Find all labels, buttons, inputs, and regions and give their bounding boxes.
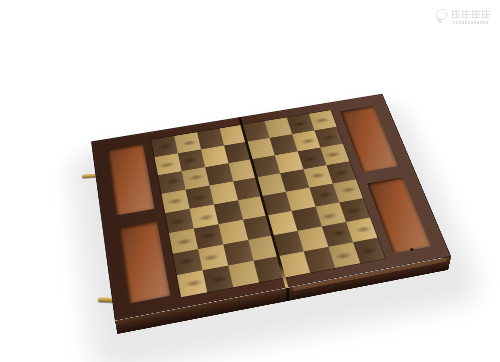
hinge-seam-side: [286, 287, 289, 301]
red-pawn-piece: ♟: [331, 254, 356, 259]
piece-shadow: [199, 231, 218, 240]
square: [304, 247, 336, 273]
folding-games-box: ♜♞♝♛♚♝♞♜♟♟♟♟♟♟♟♟♟♟♟♟♟♟♟♟♜♞♝♛♚♝♞♜: [91, 94, 451, 321]
watermark-character: [482, 10, 490, 18]
piece-shadow: [354, 225, 373, 234]
board-3d-stage: ♜♞♝♛♚♝♞♜♟♟♟♟♟♟♟♟♟♟♟♟♟♟♟♟♜♞♝♛♚♝♞♜: [92, 80, 432, 312]
piece-shadow: [320, 212, 339, 221]
square: [190, 204, 219, 228]
square: [298, 226, 329, 251]
watermark-character: [452, 10, 460, 18]
white-pawn-piece: ♟: [206, 277, 232, 282]
square: [223, 240, 253, 266]
left-tray-slot-far: [107, 144, 155, 216]
watermark-character: [472, 10, 480, 18]
square: [322, 222, 353, 247]
piece-shadow: [175, 237, 194, 246]
photo-scene: ♜♞♝♛♚♝♞♜♟♟♟♟♟♟♟♟♟♟♟♟♟♟♟♟♜♞♝♛♚♝♞♜: [0, 0, 500, 362]
square: [316, 202, 347, 226]
piece-shadow: [334, 251, 353, 261]
square: [328, 242, 360, 268]
piece-shadow: [184, 278, 203, 288]
square: [292, 207, 322, 231]
red-bishop-piece: ♝: [342, 209, 366, 213]
red-pawn-piece: ♟: [327, 231, 351, 235]
piece-shadow: [330, 228, 349, 237]
square: [198, 244, 228, 270]
watermark-subtext: [453, 21, 489, 24]
left-tray-slot-near: [118, 221, 170, 304]
square: [173, 249, 203, 275]
red-pawn-piece: ♟: [317, 214, 341, 218]
square: [194, 224, 223, 249]
white-rook-piece: ♜: [181, 281, 207, 286]
auction-watermark: [436, 8, 492, 28]
white-bishop-piece: ♝: [172, 239, 197, 244]
watermark-character: [462, 10, 470, 18]
square: [219, 220, 249, 245]
red-rook-piece: ♜: [357, 249, 382, 254]
